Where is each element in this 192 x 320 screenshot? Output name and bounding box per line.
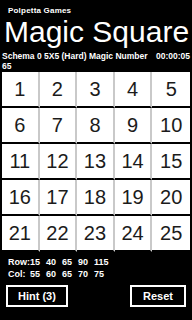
magic-square-board: 1234567891011121314151617181920212223242… <box>2 72 190 252</box>
sum-value: 70 <box>78 268 94 280</box>
cell-r3c3[interactable]: 13 <box>77 144 115 180</box>
hint-button[interactable]: Hint (3) <box>6 285 68 307</box>
sum-value: 60 <box>46 268 62 280</box>
cell-r2c2[interactable]: 7 <box>40 108 78 144</box>
sum-value: 115 <box>94 256 110 268</box>
cell-r3c5[interactable]: 15 <box>152 144 190 180</box>
sum-value: 75 <box>94 268 110 280</box>
cell-r2c4[interactable]: 9 <box>115 108 153 144</box>
col-sums-values: 5560657075 <box>30 268 110 280</box>
cell-r5c3[interactable]: 23 <box>77 216 115 252</box>
schema-info: Schema 0 5X5 (Hard) Magic Number 65 <box>2 51 156 71</box>
cell-r2c1[interactable]: 6 <box>2 108 40 144</box>
cell-r1c3[interactable]: 3 <box>77 72 115 108</box>
row-sums-values: 15406590115 <box>30 256 110 268</box>
col-sums-label: Col: <box>8 268 30 280</box>
page-title: Magic Square <box>4 17 192 47</box>
cell-r1c5[interactable]: 5 <box>152 72 190 108</box>
cell-r4c3[interactable]: 18 <box>77 180 115 216</box>
cell-r2c3[interactable]: 8 <box>77 108 115 144</box>
button-bar: Hint (3) Reset <box>0 285 192 307</box>
reset-button[interactable]: Reset <box>130 285 186 307</box>
cell-r1c1[interactable]: 1 <box>2 72 40 108</box>
cell-r5c5[interactable]: 25 <box>152 216 190 252</box>
timer: 00:00:05 <box>156 51 190 61</box>
col-sums: Col: 5560657075 <box>8 268 192 280</box>
cell-r3c4[interactable]: 14 <box>115 144 153 180</box>
app-window: Polpetta Games Magic Square Schema 0 5X5… <box>0 0 192 320</box>
cell-r4c1[interactable]: 16 <box>2 180 40 216</box>
cell-r1c4[interactable]: 4 <box>115 72 153 108</box>
cell-r4c2[interactable]: 17 <box>40 180 78 216</box>
sum-value: 90 <box>78 256 94 268</box>
sum-value: 15 <box>30 256 46 268</box>
cell-r5c1[interactable]: 21 <box>2 216 40 252</box>
status-line: Schema 0 5X5 (Hard) Magic Number 65 00:0… <box>2 51 190 71</box>
sum-value: 55 <box>30 268 46 280</box>
cell-r3c2[interactable]: 12 <box>40 144 78 180</box>
sum-value: 65 <box>62 268 78 280</box>
cell-r4c4[interactable]: 19 <box>115 180 153 216</box>
row-sums-label: Row: <box>8 256 30 268</box>
cell-r1c2[interactable]: 2 <box>40 72 78 108</box>
sums-panel: Row: 15406590115 Col: 5560657075 <box>8 256 192 280</box>
sum-value: 40 <box>46 256 62 268</box>
app-publisher-title: Polpetta Games <box>8 6 192 15</box>
cell-r2c5[interactable]: 10 <box>152 108 190 144</box>
cell-r5c2[interactable]: 22 <box>40 216 78 252</box>
cell-r4c5[interactable]: 20 <box>152 180 190 216</box>
sum-value: 65 <box>62 256 78 268</box>
cell-r3c1[interactable]: 11 <box>2 144 40 180</box>
row-sums: Row: 15406590115 <box>8 256 192 268</box>
cell-r5c4[interactable]: 24 <box>115 216 153 252</box>
